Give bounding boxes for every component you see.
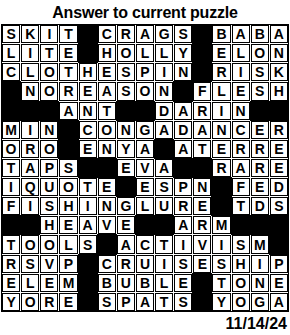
letter-cell: O [98,121,116,139]
letter-cell: S [59,159,77,177]
letter-cell: R [251,140,269,158]
letter-cell: N [98,197,116,215]
black-cell [193,44,211,62]
black-cell [193,274,211,292]
letter-cell: L [21,274,39,292]
black-cell [79,25,97,43]
letter-cell: O [21,235,39,253]
letter-cell: E [59,44,77,62]
letter-cell: U [155,197,173,215]
letter-cell: T [155,235,173,253]
letter-cell: E [270,159,288,177]
letter-cell: A [174,102,192,120]
letter-cell: O [2,140,20,158]
letter-cell: Y [117,140,135,158]
letter-cell: R [212,159,230,177]
letter-cell: A [136,25,154,43]
letter-cell: S [174,255,192,273]
letter-cell: A [136,140,154,158]
letter-cell: O [40,140,58,158]
black-cell [193,63,211,81]
letter-cell: H [79,63,97,81]
letter-cell: A [79,216,97,234]
letter-cell: I [21,197,39,215]
letter-cell: C [79,121,97,139]
letter-cell: A [232,159,250,177]
letter-cell: T [2,159,20,177]
letter-cell: M [2,121,20,139]
letter-cell: N [40,121,58,139]
letter-cell: E [212,44,230,62]
letter-cell: G [117,197,135,215]
letter-cell: G [251,293,269,311]
black-cell [79,274,97,292]
letter-cell: E [212,140,230,158]
letter-cell: O [21,293,39,311]
letter-cell: V [40,255,58,273]
black-cell [155,216,173,234]
letter-cell: I [79,197,97,215]
letter-cell: I [21,44,39,62]
letter-cell: L [21,63,39,81]
black-cell [174,82,192,100]
letter-cell: R [270,121,288,139]
letter-cell: A [155,159,173,177]
letter-cell: A [174,140,192,158]
letter-cell: R [21,140,39,158]
letter-cell: L [232,44,250,62]
letter-cell: E [117,159,135,177]
letter-cell: P [136,63,154,81]
black-cell [232,216,250,234]
letter-cell: O [117,44,135,62]
letter-cell: D [251,197,269,215]
page-title: Answer to current puzzle [0,0,290,24]
letter-cell: E [251,121,269,139]
letter-cell: L [155,44,173,62]
letter-cell: U [40,178,58,196]
letter-cell: C [232,121,250,139]
letter-cell: V [98,216,116,234]
letter-cell: F [232,178,250,196]
black-cell [21,102,39,120]
letter-cell: N [212,121,230,139]
puzzle-answer-panel: Answer to current puzzle SKITCRAGSBABALI… [0,0,290,335]
letter-cell: G [136,121,154,139]
black-cell [212,197,230,215]
black-cell [79,293,97,311]
black-cell [251,216,269,234]
letter-cell: T [59,25,77,43]
letter-cell: E [117,216,135,234]
letter-cell: S [40,197,58,215]
black-cell [2,216,20,234]
letter-cell: M [59,274,77,292]
letter-cell: T [59,63,77,81]
black-cell [212,178,230,196]
letter-cell: I [251,255,269,273]
letter-cell: E [40,274,58,292]
letter-cell: A [270,25,288,43]
black-cell [193,25,211,43]
letter-cell: C [2,63,20,81]
letter-cell: S [174,25,192,43]
letter-cell: S [2,25,20,43]
letter-cell: O [59,178,77,196]
letter-cell: K [21,25,39,43]
letter-cell: I [232,63,250,81]
letter-cell: H [40,216,58,234]
letter-cell: O [232,293,250,311]
letter-cell: R [251,159,269,177]
letter-cell: E [98,63,116,81]
letter-cell: L [212,82,230,100]
letter-cell: P [270,255,288,273]
letter-cell: C [136,235,154,253]
letter-cell: N [117,121,135,139]
letter-cell: E [79,82,97,100]
letter-cell: R [232,140,250,158]
letter-cell: R [212,63,230,81]
letter-cell: H [98,44,116,62]
letter-cell: I [212,102,230,120]
letter-cell: K [270,63,288,81]
letter-cell: Q [21,178,39,196]
letter-cell: A [136,293,154,311]
letter-cell: O [232,274,250,292]
black-cell [193,159,211,177]
letter-cell: R [193,102,211,120]
letter-cell: L [59,235,77,253]
puzzle-date: 11/14/24 [0,312,290,335]
letter-cell: P [174,178,192,196]
letter-cell: S [98,293,116,311]
letter-cell: E [251,178,269,196]
letter-cell: V [193,235,211,253]
letter-cell: E [270,274,288,292]
letter-cell: Y [2,293,20,311]
black-cell [98,235,116,253]
black-cell [155,140,173,158]
letter-cell: F [193,82,211,100]
black-cell [79,44,97,62]
letter-cell: T [155,293,173,311]
crossword-grid: SKITCRAGSBABALITEHOLLYELONCLOTHESPINRISK… [1,24,289,312]
letter-cell: I [155,255,173,273]
black-cell [98,159,116,177]
letter-cell: N [21,82,39,100]
letter-cell: A [232,25,250,43]
letter-cell: I [174,235,192,253]
letter-cell: N [155,82,173,100]
letter-cell: S [232,235,250,253]
black-cell [79,159,97,177]
letter-cell: V [136,159,154,177]
letter-cell: C [98,25,116,43]
letter-cell: T [212,274,230,292]
letter-cell: N [270,44,288,62]
letter-cell: H [59,197,77,215]
letter-cell: R [59,82,77,100]
letter-cell: P [59,255,77,273]
letter-cell: A [21,159,39,177]
black-cell [21,216,39,234]
letter-cell: S [21,255,39,273]
letter-cell: E [193,197,211,215]
letter-cell: P [117,293,135,311]
letter-cell: B [136,274,154,292]
letter-cell: O [40,82,58,100]
black-cell [174,159,192,177]
letter-cell: T [79,178,97,196]
black-cell [193,293,211,311]
letter-cell: S [251,63,269,81]
letter-cell: I [21,121,39,139]
letter-cell: R [2,255,20,273]
letter-cell: S [117,82,135,100]
letter-cell: M [212,216,230,234]
letter-cell: E [98,178,116,196]
letter-cell: E [79,140,97,158]
letter-cell: U [136,255,154,273]
letter-cell: E [193,255,211,273]
letter-cell: Y [174,44,192,62]
letter-cell: A [174,216,192,234]
letter-cell: O [251,44,269,62]
black-cell [2,102,20,120]
letter-cell: G [155,25,173,43]
letter-cell: I [40,25,58,43]
letter-cell: E [59,293,77,311]
letter-cell: T [98,102,116,120]
letter-cell: A [117,235,135,253]
letter-cell: T [2,235,20,253]
black-cell [59,121,77,139]
letter-cell: N [251,274,269,292]
letter-cell: A [155,121,173,139]
letter-cell: T [232,197,250,215]
black-cell [79,255,97,273]
letter-cell: S [251,82,269,100]
letter-cell: L [136,44,154,62]
letter-cell: H [270,82,288,100]
letter-cell: H [232,255,250,273]
letter-cell: C [98,255,116,273]
letter-cell: L [136,197,154,215]
letter-cell: M [251,235,269,253]
letter-cell: S [117,63,135,81]
letter-cell: I [155,63,173,81]
letter-cell: E [59,216,77,234]
letter-cell: E [136,178,154,196]
letter-cell: D [174,121,192,139]
letter-cell: S [212,255,230,273]
letter-cell: Y [212,293,230,311]
letter-cell: E [270,140,288,158]
letter-cell: I [212,235,230,253]
black-cell [117,178,135,196]
letter-cell: T [193,140,211,158]
letter-cell: L [155,274,173,292]
letter-cell: A [59,102,77,120]
letter-cell: T [40,44,58,62]
black-cell [136,216,154,234]
letter-cell: N [193,178,211,196]
letter-cell: S [79,235,97,253]
letter-cell: R [40,293,58,311]
letter-cell: A [270,293,288,311]
black-cell [40,102,58,120]
letter-cell: N [232,102,250,120]
black-cell [270,235,288,253]
black-cell [117,102,135,120]
letter-cell: O [40,235,58,253]
letter-cell: D [270,178,288,196]
letter-cell: B [98,274,116,292]
letter-cell: N [174,63,192,81]
letter-cell: O [136,82,154,100]
letter-cell: A [193,121,211,139]
letter-cell: R [117,25,135,43]
letter-cell: R [193,216,211,234]
letter-cell: S [155,178,173,196]
black-cell [270,216,288,234]
letter-cell: N [79,102,97,120]
letter-cell: A [98,82,116,100]
letter-cell: E [2,274,20,292]
black-cell [2,82,20,100]
letter-cell: D [155,102,173,120]
black-cell [59,140,77,158]
letter-cell: B [212,25,230,43]
black-cell [136,102,154,120]
letter-cell: E [174,274,192,292]
letter-cell: S [270,197,288,215]
letter-cell: B [251,25,269,43]
letter-cell: I [2,178,20,196]
black-cell [251,102,269,120]
letter-cell: R [174,197,192,215]
letter-cell: F [2,197,20,215]
letter-cell: U [117,274,135,292]
letter-cell: L [2,44,20,62]
letter-cell: S [174,293,192,311]
letter-cell: N [98,140,116,158]
letter-cell: R [117,255,135,273]
letter-cell: E [232,82,250,100]
black-cell [270,102,288,120]
letter-cell: P [40,159,58,177]
letter-cell: O [40,63,58,81]
